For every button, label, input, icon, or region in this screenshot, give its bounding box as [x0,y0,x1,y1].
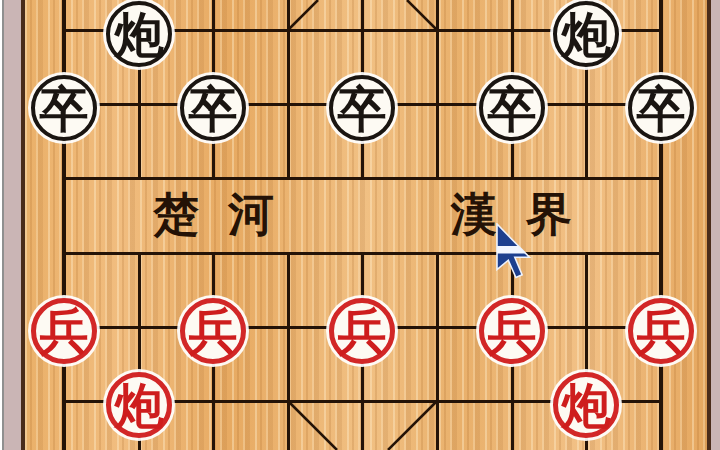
piece-h7-red-cannon[interactable]: 炮 [553,372,619,438]
piece-glyph: 炮 [115,382,164,431]
board-line [287,252,290,450]
window-edge-gray [2,0,4,450]
piece-i3-black-soldier[interactable]: 卒 [628,75,694,141]
piece-c6-red-soldier[interactable]: 兵 [180,298,246,364]
piece-h2-black-cannon[interactable]: 炮 [553,1,619,67]
board-frame-left [21,0,25,450]
piece-glyph: 炮 [115,11,164,60]
river-label-chu: 楚 [153,191,199,237]
piece-glyph: 卒 [40,85,89,134]
piece-glyph: 卒 [488,85,537,134]
piece-b2-black-cannon[interactable]: 炮 [106,1,172,67]
piece-a6-red-soldier[interactable]: 兵 [31,298,97,364]
piece-glyph: 兵 [189,307,238,356]
piece-e3-black-soldier[interactable]: 卒 [329,75,395,141]
piece-c3-black-soldier[interactable]: 卒 [180,75,246,141]
piece-glyph: 兵 [40,307,89,356]
piece-g3-black-soldier[interactable]: 卒 [479,75,545,141]
board-frame-right [707,0,711,450]
piece-i6-red-soldier[interactable]: 兵 [628,298,694,364]
piece-b7-red-cannon[interactable]: 炮 [106,372,172,438]
board-line [436,252,439,450]
piece-glyph: 炮 [562,11,611,60]
piece-glyph: 卒 [338,85,387,134]
river-label-jie: 界 [526,191,572,237]
xiangqi-app-window: 楚 河 漢 界 炮炮卒卒卒卒卒兵兵兵兵兵炮炮 [0,0,720,450]
board-line [287,0,290,180]
piece-glyph: 卒 [189,85,238,134]
piece-glyph: 兵 [338,307,387,356]
piece-glyph: 卒 [637,85,686,134]
piece-a3-black-soldier[interactable]: 卒 [31,75,97,141]
river-label-he: 河 [228,191,274,237]
piece-glyph: 兵 [637,307,686,356]
board-line [659,0,663,450]
board-line [436,0,439,180]
piece-glyph: 兵 [488,307,537,356]
river-label-han: 漢 [451,191,497,237]
piece-g6-red-soldier[interactable]: 兵 [479,298,545,364]
piece-e6-red-soldier[interactable]: 兵 [329,298,395,364]
board-line [62,0,66,450]
piece-glyph: 炮 [562,382,611,431]
